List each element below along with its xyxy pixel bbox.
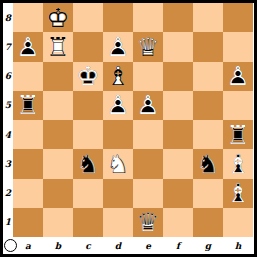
- file-label-h: h: [223, 237, 253, 254]
- black-bishop[interactable]: ♝♗: [223, 149, 253, 178]
- square-c7[interactable]: [73, 32, 103, 61]
- square-a3[interactable]: [13, 149, 43, 178]
- white-rook[interactable]: ♜♖: [43, 32, 73, 61]
- white-bishop[interactable]: ♝♗: [103, 62, 133, 91]
- square-h4[interactable]: ♜♖: [223, 120, 253, 149]
- square-b4[interactable]: [43, 120, 73, 149]
- square-f4[interactable]: [163, 120, 193, 149]
- piece-glyph-outline: ♔: [43, 3, 73, 32]
- piece-glyph-outline: ♙: [133, 91, 163, 120]
- black-knight[interactable]: ♞♘: [73, 149, 103, 178]
- square-c5[interactable]: [73, 91, 103, 120]
- square-e5[interactable]: ♟♙: [133, 91, 163, 120]
- black-pawn[interactable]: ♟♙: [103, 32, 133, 61]
- file-label-f: f: [163, 237, 193, 254]
- file-labels: abcdefgh: [13, 237, 253, 254]
- square-e4[interactable]: [133, 120, 163, 149]
- rank-label-5: 5: [3, 91, 13, 120]
- square-b1[interactable]: [43, 208, 73, 237]
- square-d6[interactable]: ♝♗: [103, 62, 133, 91]
- square-f7[interactable]: [163, 32, 193, 61]
- square-a4[interactable]: [13, 120, 43, 149]
- piece-glyph-outline: ♘: [193, 149, 223, 178]
- square-f8[interactable]: [163, 3, 193, 32]
- rank-label-4: 4: [3, 120, 13, 149]
- square-d8[interactable]: [103, 3, 133, 32]
- rank-label-3: 3: [3, 149, 13, 178]
- black-pawn[interactable]: ♟♙: [223, 62, 253, 91]
- rank-label-6: 6: [3, 62, 13, 91]
- square-g3[interactable]: ♞♘: [193, 149, 223, 178]
- piece-glyph-outline: ♘: [73, 149, 103, 178]
- square-a6[interactable]: [13, 62, 43, 91]
- square-c6[interactable]: ♚♔: [73, 62, 103, 91]
- file-label-b: b: [43, 237, 73, 254]
- chess-board-frame: 87654321 ♚♔♟♙♜♖♟♙♛♕♚♔♝♗♟♙♜♖♟♙♟♙♜♖♞♘♞♘♞♘♝…: [0, 0, 257, 257]
- square-h8[interactable]: [223, 3, 253, 32]
- square-g8[interactable]: [193, 3, 223, 32]
- black-rook[interactable]: ♜♖: [223, 120, 253, 149]
- square-d2[interactable]: [103, 179, 133, 208]
- piece-glyph-outline: ♗: [223, 179, 253, 208]
- square-b6[interactable]: [43, 62, 73, 91]
- black-pawn[interactable]: ♟♙: [13, 32, 43, 61]
- file-label-c: c: [73, 237, 103, 254]
- square-g7[interactable]: [193, 32, 223, 61]
- square-e6[interactable]: [133, 62, 163, 91]
- square-g6[interactable]: [193, 62, 223, 91]
- square-b2[interactable]: [43, 179, 73, 208]
- square-d7[interactable]: ♟♙: [103, 32, 133, 61]
- square-e8[interactable]: [133, 3, 163, 32]
- square-a7[interactable]: ♟♙: [13, 32, 43, 61]
- square-h3[interactable]: ♝♗: [223, 149, 253, 178]
- piece-glyph-outline: ♙: [13, 32, 43, 61]
- square-c8[interactable]: [73, 3, 103, 32]
- square-d4[interactable]: [103, 120, 133, 149]
- square-e3[interactable]: [133, 149, 163, 178]
- square-f2[interactable]: [163, 179, 193, 208]
- square-g2[interactable]: [193, 179, 223, 208]
- file-label-e: e: [133, 237, 163, 254]
- piece-glyph-outline: ♗: [103, 62, 133, 91]
- square-e1[interactable]: ♛♕: [133, 208, 163, 237]
- square-a8[interactable]: [13, 3, 43, 32]
- piece-glyph-outline: ♙: [103, 91, 133, 120]
- chess-board: ♚♔♟♙♜♖♟♙♛♕♚♔♝♗♟♙♜♖♟♙♟♙♜♖♞♘♞♘♞♘♝♗♝♗♛♕: [13, 3, 253, 237]
- piece-glyph-outline: ♔: [73, 62, 103, 91]
- file-label-g: g: [193, 237, 223, 254]
- rank-labels: 87654321: [3, 3, 13, 237]
- square-b8[interactable]: ♚♔: [43, 3, 73, 32]
- square-e7[interactable]: ♛♕: [133, 32, 163, 61]
- white-to-move-indicator: [4, 239, 17, 252]
- square-c3[interactable]: ♞♘: [73, 149, 103, 178]
- square-c1[interactable]: [73, 208, 103, 237]
- square-a1[interactable]: [13, 208, 43, 237]
- piece-glyph-outline: ♖: [223, 120, 253, 149]
- black-rook[interactable]: ♜♖: [13, 91, 43, 120]
- square-f5[interactable]: [163, 91, 193, 120]
- square-g5[interactable]: [193, 91, 223, 120]
- piece-glyph-outline: ♙: [223, 62, 253, 91]
- square-a2[interactable]: [13, 179, 43, 208]
- square-h2[interactable]: ♝♗: [223, 179, 253, 208]
- piece-glyph-outline: ♕: [133, 32, 163, 61]
- square-b7[interactable]: ♜♖: [43, 32, 73, 61]
- black-pawn[interactable]: ♟♙: [133, 91, 163, 120]
- file-label-a: a: [13, 237, 43, 254]
- square-h5[interactable]: [223, 91, 253, 120]
- file-label-d: d: [103, 237, 133, 254]
- square-b5[interactable]: [43, 91, 73, 120]
- rank-label-2: 2: [3, 179, 13, 208]
- square-h7[interactable]: [223, 32, 253, 61]
- square-f1[interactable]: [163, 208, 193, 237]
- piece-glyph-outline: ♙: [103, 32, 133, 61]
- black-pawn[interactable]: ♟♙: [103, 91, 133, 120]
- rank-label-1: 1: [3, 208, 13, 237]
- square-e2[interactable]: [133, 179, 163, 208]
- piece-glyph-outline: ♗: [223, 149, 253, 178]
- white-king[interactable]: ♚♔: [43, 3, 73, 32]
- square-h6[interactable]: ♟♙: [223, 62, 253, 91]
- square-c2[interactable]: [73, 179, 103, 208]
- black-knight[interactable]: ♞♘: [193, 149, 223, 178]
- square-b3[interactable]: [43, 149, 73, 178]
- black-queen[interactable]: ♛♕: [133, 208, 163, 237]
- white-knight[interactable]: ♞♘: [103, 149, 133, 178]
- piece-glyph-outline: ♕: [133, 208, 163, 237]
- piece-glyph-outline: ♘: [103, 149, 133, 178]
- square-h1[interactable]: [223, 208, 253, 237]
- piece-glyph-outline: ♖: [13, 91, 43, 120]
- square-g1[interactable]: [193, 208, 223, 237]
- piece-glyph-outline: ♖: [43, 32, 73, 61]
- square-a5[interactable]: ♜♖: [13, 91, 43, 120]
- square-d3[interactable]: ♞♘: [103, 149, 133, 178]
- square-c4[interactable]: [73, 120, 103, 149]
- square-g4[interactable]: [193, 120, 223, 149]
- rank-label-7: 7: [3, 32, 13, 61]
- square-d1[interactable]: [103, 208, 133, 237]
- square-d5[interactable]: ♟♙: [103, 91, 133, 120]
- square-f6[interactable]: [163, 62, 193, 91]
- black-bishop[interactable]: ♝♗: [223, 179, 253, 208]
- white-queen[interactable]: ♛♕: [133, 32, 163, 61]
- black-king[interactable]: ♚♔: [73, 62, 103, 91]
- rank-label-8: 8: [3, 3, 13, 32]
- square-f3[interactable]: [163, 149, 193, 178]
